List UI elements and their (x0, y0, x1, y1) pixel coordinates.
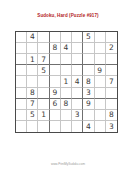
cell-r8c3: 1 (38, 110, 49, 121)
cell-r4c5 (61, 65, 72, 76)
cell-r2c3 (38, 43, 49, 54)
cell-r4c8: 9 (95, 65, 106, 76)
cell-r7c6 (72, 99, 83, 110)
footer-url: www.PrintMySudoku.com (0, 162, 136, 166)
cell-r7c3 (38, 99, 49, 110)
cell-r2c9: 2 (106, 43, 117, 54)
cell-r8c9: 8 (106, 110, 117, 121)
cell-r4c4 (50, 65, 61, 76)
cell-r3c8 (95, 54, 106, 65)
cell-r8c2: 5 (27, 110, 38, 121)
cell-r3c5 (61, 54, 72, 65)
cell-r2c4: 8 (50, 43, 61, 54)
cell-r1c4 (50, 32, 61, 43)
cell-r4c2 (27, 65, 38, 76)
cell-r3c6 (72, 54, 83, 65)
cell-r4c6 (72, 65, 83, 76)
cell-r1c9 (106, 32, 117, 43)
cell-r6c2: 8 (27, 88, 38, 99)
cell-r6c7: 3 (83, 88, 94, 99)
cell-r5c4 (50, 76, 61, 87)
cell-r5c5: 1 (61, 76, 72, 87)
cell-r5c7: 8 (83, 76, 94, 87)
cell-r8c5 (61, 110, 72, 121)
cell-r9c5 (61, 121, 72, 132)
cell-r2c1 (16, 43, 27, 54)
cell-r5c9: 7 (106, 76, 117, 87)
cell-r6c9 (106, 88, 117, 99)
cell-r1c5 (61, 32, 72, 43)
cell-r4c9 (106, 65, 117, 76)
cell-r3c7 (83, 54, 94, 65)
cell-r6c8 (95, 88, 106, 99)
cell-r7c8 (95, 99, 106, 110)
cell-r1c3 (38, 32, 49, 43)
cell-r8c8 (95, 110, 106, 121)
cell-r1c6 (72, 32, 83, 43)
cell-r4c7 (83, 65, 94, 76)
cell-r2c8 (95, 43, 106, 54)
cell-r6c4: 9 (50, 88, 61, 99)
cell-r9c9: 3 (106, 121, 117, 132)
cell-r7c1 (16, 99, 27, 110)
cell-r7c2: 7 (27, 99, 38, 110)
cell-r5c6: 4 (72, 76, 83, 87)
cell-r1c8 (95, 32, 106, 43)
cell-r2c6 (72, 43, 83, 54)
cell-r8c1 (16, 110, 27, 121)
cell-r8c6: 3 (72, 110, 83, 121)
sudoku-grid: 45842175914878937689513843 (15, 31, 118, 133)
cell-r5c3 (38, 76, 49, 87)
cell-r8c4 (50, 110, 61, 121)
cell-r5c2 (27, 76, 38, 87)
cell-r9c3 (38, 121, 49, 132)
cell-r9c7: 4 (83, 121, 94, 132)
cell-r2c5: 4 (61, 43, 72, 54)
cell-r1c2: 4 (27, 32, 38, 43)
cell-r9c2 (27, 121, 38, 132)
cell-r4c1 (16, 65, 27, 76)
cell-r5c1 (16, 76, 27, 87)
cell-r2c2 (27, 43, 38, 54)
cell-r1c7: 5 (83, 32, 94, 43)
cell-r9c1 (16, 121, 27, 132)
cell-r1c1 (16, 32, 27, 43)
cell-r6c1 (16, 88, 27, 99)
cell-r6c5 (61, 88, 72, 99)
cell-r6c3 (38, 88, 49, 99)
cell-r6c6 (72, 88, 83, 99)
cell-r4c3: 5 (38, 65, 49, 76)
cell-r3c9 (106, 54, 117, 65)
cell-r9c8 (95, 121, 106, 132)
cell-r3c2: 1 (27, 54, 38, 65)
cell-r7c7: 9 (83, 99, 94, 110)
cell-r9c6 (72, 121, 83, 132)
printable-sudoku-page: { "game": "sudoku", "header": { "title":… (0, 0, 136, 176)
cell-r3c1 (16, 54, 27, 65)
cell-r7c9 (106, 99, 117, 110)
page-title: Sudoku, Hard (Puzzle #917) (0, 13, 136, 18)
cell-r5c8 (95, 76, 106, 87)
cell-r8c7 (83, 110, 94, 121)
cell-r3c4 (50, 54, 61, 65)
cell-r9c4 (50, 121, 61, 132)
cell-r7c4: 6 (50, 99, 61, 110)
cell-r7c5: 8 (61, 99, 72, 110)
cell-r2c7 (83, 43, 94, 54)
cell-r3c3: 7 (38, 54, 49, 65)
